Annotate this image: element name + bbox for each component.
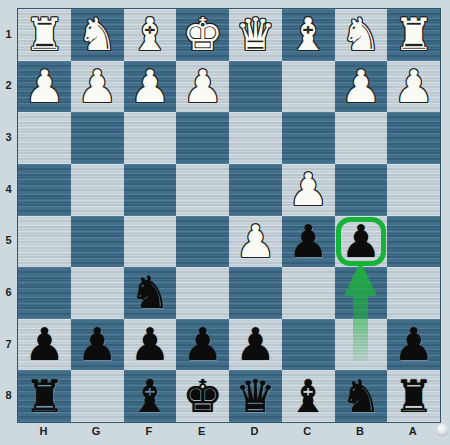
square-g6[interactable] [71,267,124,319]
white-knight-g1[interactable]: ♞ [77,12,117,57]
square-g5[interactable] [71,216,124,268]
square-c8[interactable]: ♝ [282,370,335,422]
square-b7[interactable] [335,319,388,371]
square-a3[interactable] [387,112,440,164]
black-pawn-d7[interactable]: ♟ [235,322,275,367]
white-pawn-d5[interactable]: ♟ [235,219,275,264]
square-c7[interactable] [282,319,335,371]
square-e4[interactable] [176,164,229,216]
square-f6[interactable]: ♞ [124,267,177,319]
corner-dot [437,424,448,435]
square-f3[interactable] [124,112,177,164]
white-pawn-g2[interactable]: ♟ [77,64,117,109]
file-label-b: B [334,422,387,439]
square-c5[interactable]: ♟ [282,216,335,268]
square-c1[interactable]: ♝ [282,9,335,61]
black-knight-b8[interactable]: ♞ [341,374,381,419]
white-rook-a1[interactable]: ♜ [393,12,433,57]
square-d7[interactable]: ♟ [229,319,282,371]
black-pawn-f7[interactable]: ♟ [130,322,170,367]
file-label-d: D [228,422,281,439]
square-a8[interactable]: ♜ [387,370,440,422]
square-e6[interactable] [176,267,229,319]
square-c4[interactable]: ♟ [282,164,335,216]
white-pawn-c4[interactable]: ♟ [288,167,328,212]
square-h7[interactable]: ♟ [18,319,71,371]
white-bishop-f1[interactable]: ♝ [130,12,170,57]
square-b4[interactable] [335,164,388,216]
rank-label-3: 3 [0,111,17,163]
square-e3[interactable] [176,112,229,164]
white-pawn-e2[interactable]: ♟ [182,64,222,109]
file-label-e: E [175,422,228,439]
square-f5[interactable] [124,216,177,268]
black-bishop-f8[interactable]: ♝ [130,374,170,419]
black-pawn-b5[interactable]: ♟ [341,219,381,264]
square-f4[interactable] [124,164,177,216]
square-d4[interactable] [229,164,282,216]
square-d8[interactable]: ♛ [229,370,282,422]
black-pawn-c5[interactable]: ♟ [288,219,328,264]
square-c2[interactable] [282,61,335,113]
square-a2[interactable]: ♟ [387,61,440,113]
square-h4[interactable] [18,164,71,216]
square-e2[interactable]: ♟ [176,61,229,113]
black-pawn-a7[interactable]: ♟ [393,322,433,367]
white-queen-d1[interactable]: ♛ [235,12,275,57]
square-a7[interactable]: ♟ [387,319,440,371]
square-a5[interactable] [387,216,440,268]
white-pawn-a2[interactable]: ♟ [393,64,433,109]
square-d1[interactable]: ♛ [229,9,282,61]
black-pawn-g7[interactable]: ♟ [77,322,117,367]
square-e7[interactable]: ♟ [176,319,229,371]
square-h6[interactable] [18,267,71,319]
white-king-e1[interactable]: ♚ [182,12,222,57]
black-pawn-e7[interactable]: ♟ [182,322,222,367]
file-label-c: C [281,422,334,439]
white-pawn-b2[interactable]: ♟ [341,64,381,109]
square-f2[interactable]: ♟ [124,61,177,113]
square-g1[interactable]: ♞ [71,9,124,61]
square-g2[interactable]: ♟ [71,61,124,113]
square-d3[interactable] [229,112,282,164]
square-b2[interactable]: ♟ [335,61,388,113]
white-bishop-c1[interactable]: ♝ [288,12,328,57]
rank-label-6: 6 [0,266,17,318]
square-h2[interactable]: ♟ [18,61,71,113]
file-label-f: F [123,422,176,439]
white-knight-b1[interactable]: ♞ [341,12,381,57]
square-g4[interactable] [71,164,124,216]
file-label-h: H [17,422,70,439]
square-e8[interactable]: ♚ [176,370,229,422]
white-pawn-h2[interactable]: ♟ [24,64,64,109]
square-f7[interactable]: ♟ [124,319,177,371]
square-d5[interactable]: ♟ [229,216,282,268]
black-king-e8[interactable]: ♚ [182,374,222,419]
chess-app: 12345678 ♜♞♝♚♛♝♞♜♟♟♟♟♟♟♟♟♟♟♞♟♟♟♟♟♟♜♝♚♛♝♞… [0,0,450,445]
square-b6[interactable] [335,267,388,319]
square-h5[interactable] [18,216,71,268]
square-h1[interactable]: ♜ [18,9,71,61]
file-label-a: A [386,422,439,439]
square-b3[interactable] [335,112,388,164]
rank-labels: 12345678 [0,8,17,421]
square-a6[interactable] [387,267,440,319]
rank-label-8: 8 [0,369,17,421]
square-g7[interactable]: ♟ [71,319,124,371]
square-b1[interactable]: ♞ [335,9,388,61]
black-bishop-c8[interactable]: ♝ [288,374,328,419]
square-h3[interactable] [18,112,71,164]
square-a4[interactable] [387,164,440,216]
file-labels: HGFEDCBA [17,422,439,439]
rank-label-4: 4 [0,163,17,215]
black-pawn-h7[interactable]: ♟ [24,322,64,367]
rank-label-1: 1 [0,8,17,60]
square-d6[interactable] [229,267,282,319]
black-rook-a8[interactable]: ♜ [393,374,433,419]
square-b5[interactable]: ♟ [335,216,388,268]
rank-label-2: 2 [0,60,17,112]
board: ♜♞♝♚♛♝♞♜♟♟♟♟♟♟♟♟♟♟♞♟♟♟♟♟♟♜♝♚♛♝♞♜ [17,8,441,423]
square-c6[interactable] [282,267,335,319]
square-f8[interactable]: ♝ [124,370,177,422]
black-rook-h8[interactable]: ♜ [24,374,64,419]
white-rook-h1[interactable]: ♜ [24,12,64,57]
square-c3[interactable] [282,112,335,164]
square-b8[interactable]: ♞ [335,370,388,422]
file-label-g: G [70,422,123,439]
square-a1[interactable]: ♜ [387,9,440,61]
white-pawn-f2[interactable]: ♟ [130,64,170,109]
square-g8[interactable] [71,370,124,422]
square-e5[interactable] [176,216,229,268]
rank-label-5: 5 [0,215,17,267]
square-g3[interactable] [71,112,124,164]
rank-label-7: 7 [0,318,17,370]
square-f1[interactable]: ♝ [124,9,177,61]
square-d2[interactable] [229,61,282,113]
black-knight-f6[interactable]: ♞ [130,270,170,315]
square-h8[interactable]: ♜ [18,370,71,422]
square-e1[interactable]: ♚ [176,9,229,61]
black-queen-d8[interactable]: ♛ [235,374,275,419]
